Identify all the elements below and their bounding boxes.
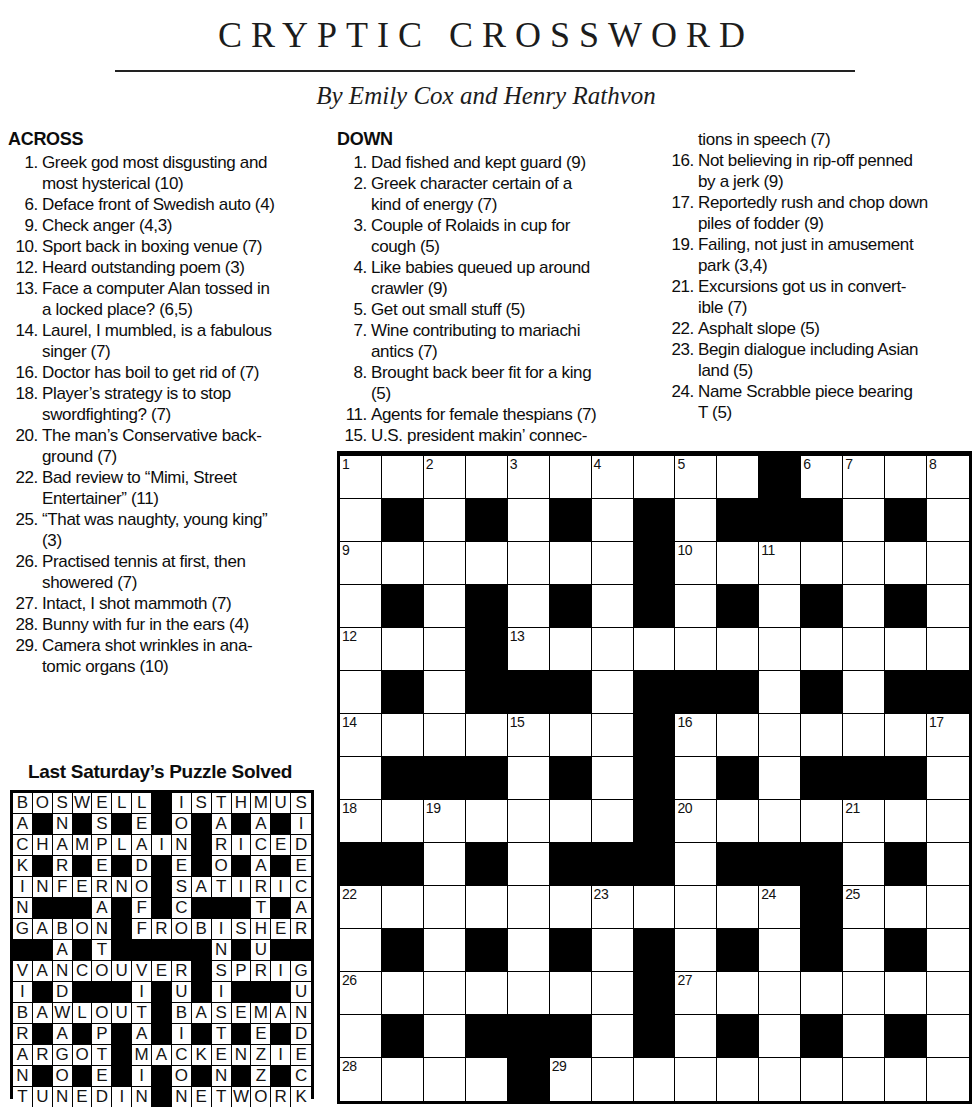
- clue-item: 7.Wine contributing to mariachi antics (…: [337, 320, 661, 362]
- cell-number: 7: [845, 456, 852, 472]
- puzzle-cell[interactable]: [424, 972, 466, 1015]
- puzzle-cell[interactable]: [592, 929, 634, 972]
- puzzle-cell[interactable]: [843, 1015, 885, 1058]
- puzzle-cell[interactable]: [843, 585, 885, 628]
- puzzle-cell[interactable]: [550, 456, 592, 499]
- puzzle-cell-black: [382, 671, 424, 714]
- puzzle-cell[interactable]: 27: [675, 972, 717, 1015]
- solved-cell: G: [291, 961, 311, 982]
- puzzle-cell[interactable]: [508, 757, 550, 800]
- puzzle-cell[interactable]: 19: [424, 800, 466, 843]
- puzzle-cell-black: [717, 499, 759, 542]
- puzzle-cell[interactable]: [466, 542, 508, 585]
- puzzle-cell[interactable]: [508, 542, 550, 585]
- solved-cell-black: [112, 919, 132, 940]
- puzzle-cell[interactable]: [885, 456, 927, 499]
- puzzle-cell[interactable]: [927, 972, 969, 1015]
- clue-text: Agents for female thespians (7): [367, 404, 596, 425]
- puzzle-cell[interactable]: [759, 800, 801, 843]
- puzzle-cell[interactable]: [382, 456, 424, 499]
- puzzle-cell[interactable]: 11: [759, 542, 801, 585]
- puzzle-cell[interactable]: [424, 1058, 466, 1101]
- solved-cell: A: [92, 898, 112, 919]
- cell-number: 17: [929, 714, 944, 730]
- puzzle-title: CRYPTIC CROSSWORD: [0, 14, 972, 56]
- puzzle-cell-black: [466, 671, 508, 714]
- puzzle-cell[interactable]: [675, 886, 717, 929]
- puzzle-cell[interactable]: [675, 1058, 717, 1101]
- puzzle-cell[interactable]: [424, 929, 466, 972]
- puzzle-cell[interactable]: [885, 886, 927, 929]
- solved-cell-black: [152, 814, 172, 835]
- solved-cell: R: [172, 961, 192, 982]
- clue-number: 23.: [664, 339, 694, 381]
- solved-cell: E: [232, 1003, 252, 1024]
- puzzle-cell[interactable]: [885, 714, 927, 757]
- solved-cell: O: [251, 1087, 271, 1107]
- puzzle-cell[interactable]: [550, 886, 592, 929]
- puzzle-cell[interactable]: [634, 886, 676, 929]
- solved-cell-black: [271, 982, 291, 1003]
- puzzle-cell[interactable]: [717, 972, 759, 1015]
- solved-cell: E: [92, 856, 112, 877]
- clue-number: 17.: [664, 192, 694, 234]
- puzzle-cell[interactable]: [843, 671, 885, 714]
- puzzle-cell[interactable]: [843, 929, 885, 972]
- puzzle-cell[interactable]: [466, 714, 508, 757]
- solved-cell: Z: [251, 1066, 271, 1087]
- puzzle-cell-black: [592, 843, 634, 886]
- puzzle-cell[interactable]: [759, 757, 801, 800]
- puzzle-cell[interactable]: [508, 585, 550, 628]
- puzzle-cell[interactable]: [759, 585, 801, 628]
- puzzle-cell[interactable]: [592, 714, 634, 757]
- puzzle-cell[interactable]: [843, 628, 885, 671]
- puzzle-cell[interactable]: 16: [675, 714, 717, 757]
- solved-cell-black: [232, 1024, 252, 1045]
- puzzle-cell-black: [634, 800, 676, 843]
- puzzle-cell-black: [550, 1015, 592, 1058]
- clue-number: 2.: [337, 173, 367, 215]
- puzzle-cell[interactable]: [550, 800, 592, 843]
- clue-number: 22.: [664, 318, 694, 339]
- puzzle-cell[interactable]: [466, 800, 508, 843]
- puzzle-cell[interactable]: [717, 456, 759, 499]
- puzzle-cell[interactable]: [717, 542, 759, 585]
- clue-item: 10.Sport back in boxing venue (7): [8, 236, 332, 257]
- solved-cell: H: [33, 835, 53, 856]
- solved-cell: E: [251, 1024, 271, 1045]
- puzzle-cell[interactable]: [508, 972, 550, 1015]
- solved-cell: I: [212, 982, 232, 1003]
- puzzle-cell[interactable]: [592, 972, 634, 1015]
- puzzle-cell[interactable]: 24: [759, 886, 801, 929]
- puzzle-cell[interactable]: [424, 843, 466, 886]
- puzzle-cell[interactable]: [508, 800, 550, 843]
- puzzle-cell[interactable]: [927, 628, 969, 671]
- puzzle-cell-black: [801, 886, 843, 929]
- puzzle-cell-black: [634, 1015, 676, 1058]
- puzzle-cell[interactable]: 17: [927, 714, 969, 757]
- puzzle-cell[interactable]: 12: [340, 628, 382, 671]
- solved-cell: S: [92, 814, 112, 835]
- puzzle-cell[interactable]: [801, 714, 843, 757]
- solved-cell: N: [112, 877, 132, 898]
- solved-cell: U: [112, 961, 132, 982]
- puzzle-cell[interactable]: 18: [340, 800, 382, 843]
- solved-cell: C: [172, 1045, 192, 1066]
- puzzle-cell[interactable]: 7: [843, 456, 885, 499]
- solved-cell: A: [212, 814, 232, 835]
- cell-number: 11: [761, 542, 775, 558]
- puzzle-cell[interactable]: [843, 499, 885, 542]
- puzzle-cell[interactable]: [675, 499, 717, 542]
- clue-text: Practised tennis at first, then showered…: [38, 551, 246, 593]
- puzzle-cell[interactable]: [550, 628, 592, 671]
- puzzle-cell[interactable]: [675, 929, 717, 972]
- puzzle-cell[interactable]: [466, 972, 508, 1015]
- solved-cell: A: [192, 1003, 212, 1024]
- puzzle-cell[interactable]: 5: [675, 456, 717, 499]
- puzzle-cell[interactable]: [592, 542, 634, 585]
- solved-cell: A: [152, 1045, 172, 1066]
- puzzle-cell[interactable]: [466, 1058, 508, 1101]
- puzzle-cell[interactable]: 10: [675, 542, 717, 585]
- puzzle-cell[interactable]: [592, 585, 634, 628]
- solved-cell: O: [212, 856, 232, 877]
- puzzle-cell[interactable]: [885, 542, 927, 585]
- solved-cell-black: [172, 940, 192, 961]
- puzzle-cell[interactable]: [592, 800, 634, 843]
- clue-text: Sport back in boxing venue (7): [38, 236, 262, 257]
- solved-cell: I: [112, 1087, 132, 1107]
- puzzle-cell[interactable]: [508, 929, 550, 972]
- solved-cell: C: [172, 898, 192, 919]
- solved-cell: A: [33, 919, 53, 940]
- solved-cell: V: [13, 961, 33, 982]
- clue-text: Dad fished and kept guard (9): [367, 152, 586, 173]
- solved-cell-black: [112, 898, 132, 919]
- clue-text: Wine contributing to mariachi antics (7): [367, 320, 580, 362]
- puzzle-cell[interactable]: [927, 542, 969, 585]
- puzzle-cell[interactable]: [550, 714, 592, 757]
- clue-number: 16.: [664, 150, 694, 192]
- puzzle-cell[interactable]: [634, 628, 676, 671]
- clue-item: 6.Deface front of Swedish auto (4): [8, 194, 332, 215]
- puzzle-cell[interactable]: [508, 499, 550, 542]
- solved-cell: E: [192, 1087, 212, 1107]
- clue-number: 19.: [664, 234, 694, 276]
- clue-text: Name Scrabble piece bearing T (5): [694, 381, 913, 423]
- solved-cell: B: [53, 919, 73, 940]
- puzzle-cell[interactable]: [592, 671, 634, 714]
- puzzle-cell-black: [550, 843, 592, 886]
- puzzle-cell[interactable]: 13: [508, 628, 550, 671]
- puzzle-cell[interactable]: [927, 585, 969, 628]
- puzzle-cell[interactable]: [340, 585, 382, 628]
- puzzle-cell[interactable]: [759, 671, 801, 714]
- puzzle-cell[interactable]: [424, 542, 466, 585]
- solved-cell-black: [33, 898, 53, 919]
- solved-cell: B: [172, 1003, 192, 1024]
- puzzle-cell[interactable]: [592, 757, 634, 800]
- across-clues-column: ACROSS 1.Greek god most disgusting and m…: [8, 128, 332, 677]
- puzzle-cell[interactable]: [592, 1015, 634, 1058]
- puzzle-cell[interactable]: 20: [675, 800, 717, 843]
- puzzle-cell[interactable]: [424, 714, 466, 757]
- puzzle-cell[interactable]: 25: [843, 886, 885, 929]
- puzzle-cell[interactable]: [634, 1058, 676, 1101]
- cell-number: 1: [342, 456, 349, 472]
- solved-cell: I: [271, 1045, 291, 1066]
- puzzle-cell[interactable]: [801, 628, 843, 671]
- clue-text: Greek god most disgusting and most hyste…: [38, 152, 267, 194]
- puzzle-cell[interactable]: [675, 757, 717, 800]
- puzzle-cell[interactable]: [424, 628, 466, 671]
- puzzle-cell-black: [634, 843, 676, 886]
- puzzle-cell[interactable]: [675, 1015, 717, 1058]
- puzzle-cell[interactable]: 29: [550, 1058, 592, 1101]
- clue-item: 15.U.S. president makin’ connec-: [337, 425, 661, 446]
- cell-number: 22: [342, 886, 357, 902]
- puzzle-cell[interactable]: [675, 585, 717, 628]
- puzzle-cell[interactable]: [885, 1058, 927, 1101]
- puzzle-cell[interactable]: [927, 1015, 969, 1058]
- puzzle-cell[interactable]: [843, 542, 885, 585]
- puzzle-cell[interactable]: 21: [843, 800, 885, 843]
- puzzle-cell[interactable]: 4: [592, 456, 634, 499]
- solved-cell: D: [291, 835, 311, 856]
- puzzle-cell[interactable]: [927, 1058, 969, 1101]
- page: CRYPTIC CROSSWORD By Emily Cox and Henry…: [0, 0, 972, 1110]
- cell-number: 4: [594, 456, 601, 472]
- solved-cell-black: [112, 1045, 132, 1066]
- puzzle-cell[interactable]: [759, 714, 801, 757]
- solved-cell: T: [212, 1087, 232, 1107]
- solved-cell: I: [13, 877, 33, 898]
- solved-cell: S: [172, 877, 192, 898]
- puzzle-cell[interactable]: [759, 628, 801, 671]
- puzzle-cell-black: [424, 757, 466, 800]
- puzzle-cell[interactable]: [801, 972, 843, 1015]
- puzzle-cell-black: [382, 499, 424, 542]
- clue-item: 24.Name Scrabble piece bearing T (5): [664, 381, 972, 423]
- puzzle-cell[interactable]: 28: [340, 1058, 382, 1101]
- puzzle-cell[interactable]: [759, 1015, 801, 1058]
- clue-item: 19.Failing, not just in amusement park (…: [664, 234, 972, 276]
- solved-cell: I: [212, 919, 232, 940]
- puzzle-cell[interactable]: [927, 929, 969, 972]
- puzzle-cell[interactable]: [550, 542, 592, 585]
- puzzle-cell[interactable]: 22: [340, 886, 382, 929]
- solved-cell-black: [112, 1066, 132, 1087]
- puzzle-cell[interactable]: [717, 886, 759, 929]
- puzzle-cell[interactable]: [885, 972, 927, 1015]
- puzzle-cell[interactable]: [382, 714, 424, 757]
- solved-cell-black: [73, 856, 93, 877]
- solved-cell: A: [132, 835, 152, 856]
- solved-cell-black: [271, 814, 291, 835]
- clue-item: 14.Laurel, I mumbled, is a fabulous sing…: [8, 320, 332, 362]
- puzzle-cell[interactable]: 9: [340, 542, 382, 585]
- puzzle-cell[interactable]: [340, 499, 382, 542]
- puzzle-cell[interactable]: [843, 843, 885, 886]
- solved-cell: B: [13, 793, 33, 814]
- solved-cell: G: [53, 1045, 73, 1066]
- puzzle-cell[interactable]: 23: [592, 886, 634, 929]
- puzzle-cell-black: [634, 972, 676, 1015]
- puzzle-cell[interactable]: [927, 499, 969, 542]
- clue-item: tions in speech (7): [664, 129, 972, 150]
- solved-cell: L: [132, 793, 152, 814]
- solved-cell: M: [251, 793, 271, 814]
- clue-number: 18.: [8, 383, 38, 425]
- clue-number: 21.: [664, 276, 694, 318]
- solved-cell: A: [53, 1024, 73, 1045]
- solved-cell: E: [172, 856, 192, 877]
- puzzle-cell[interactable]: [801, 1058, 843, 1101]
- solved-cell: F: [132, 919, 152, 940]
- puzzle-cell[interactable]: [382, 972, 424, 1015]
- down-clues-column-1: DOWN 1.Dad fished and kept guard (9)2.Gr…: [337, 128, 661, 446]
- puzzle-cell-black: [885, 1015, 927, 1058]
- puzzle-cell[interactable]: [550, 972, 592, 1015]
- puzzle-cell[interactable]: [382, 542, 424, 585]
- clue-text: Doctor has boil to get rid of (7): [38, 362, 259, 383]
- puzzle-cell[interactable]: 1: [340, 456, 382, 499]
- puzzle-cell-black: [885, 585, 927, 628]
- puzzle-cell[interactable]: [424, 886, 466, 929]
- puzzle-cell-black: [550, 929, 592, 972]
- solved-cell: E: [92, 1066, 112, 1087]
- puzzle-cell[interactable]: [382, 886, 424, 929]
- puzzle-cell[interactable]: 14: [340, 714, 382, 757]
- puzzle-cell[interactable]: [675, 843, 717, 886]
- puzzle-cell[interactable]: 15: [508, 714, 550, 757]
- solved-cell: O: [92, 961, 112, 982]
- puzzle-cell[interactable]: 2: [424, 456, 466, 499]
- puzzle-cell[interactable]: [675, 628, 717, 671]
- puzzle-cell[interactable]: [424, 499, 466, 542]
- puzzle-cell[interactable]: [843, 714, 885, 757]
- puzzle-cell-black: [801, 499, 843, 542]
- puzzle-cell[interactable]: [340, 757, 382, 800]
- clue-number: 27.: [8, 593, 38, 614]
- clue-text: tions in speech (7): [694, 129, 830, 150]
- puzzle-cell-black: [382, 843, 424, 886]
- puzzle-cell[interactable]: [885, 800, 927, 843]
- clue-item: 17.Reportedly rush and chop down piles o…: [664, 192, 972, 234]
- solved-cell: E: [291, 1045, 311, 1066]
- solved-cell: O: [132, 877, 152, 898]
- solved-cell-black: [33, 1024, 53, 1045]
- puzzle-cell[interactable]: [843, 1058, 885, 1101]
- puzzle-cell[interactable]: [466, 886, 508, 929]
- solved-cell: S: [212, 961, 232, 982]
- clue-text: Reportedly rush and chop down piles of f…: [694, 192, 928, 234]
- solved-cell-black: [112, 856, 132, 877]
- solved-cell: A: [33, 961, 53, 982]
- puzzle-cell[interactable]: [634, 456, 676, 499]
- puzzle-cell[interactable]: [592, 1058, 634, 1101]
- clue-item: 16.Doctor has boil to get rid of (7): [8, 362, 332, 383]
- clue-number: 3.: [337, 215, 367, 257]
- puzzle-cell[interactable]: [759, 1058, 801, 1101]
- puzzle-cell-black: [550, 671, 592, 714]
- solved-cell: O: [172, 1066, 192, 1087]
- puzzle-cell-black: [634, 585, 676, 628]
- puzzle-cell[interactable]: [424, 585, 466, 628]
- down-clues-column-2: tions in speech (7)16.Not believing in r…: [664, 129, 972, 423]
- puzzle-cell[interactable]: [717, 1058, 759, 1101]
- puzzle-cell[interactable]: [382, 800, 424, 843]
- puzzle-cell[interactable]: [508, 843, 550, 886]
- puzzle-cell[interactable]: [927, 800, 969, 843]
- puzzle-cell[interactable]: [717, 800, 759, 843]
- puzzle-cell[interactable]: 6: [801, 456, 843, 499]
- puzzle-cell[interactable]: [801, 800, 843, 843]
- puzzle-cell[interactable]: [424, 1015, 466, 1058]
- clue-text: Failing, not just in amusement park (3,4…: [694, 234, 913, 276]
- puzzle-cell[interactable]: [382, 628, 424, 671]
- puzzle-cell[interactable]: [759, 929, 801, 972]
- puzzle-cell[interactable]: [927, 843, 969, 886]
- solved-cell-black: [92, 982, 112, 1003]
- clue-item: 23.Begin dialogue including Asian land (…: [664, 339, 972, 381]
- puzzle-cell[interactable]: [801, 542, 843, 585]
- puzzle-cell[interactable]: [424, 671, 466, 714]
- puzzle-cell[interactable]: [340, 929, 382, 972]
- puzzle-cell[interactable]: [927, 886, 969, 929]
- clue-item: 27.Intact, I shot mammoth (7): [8, 593, 332, 614]
- solved-cell: N: [13, 1066, 33, 1087]
- solved-cell: A: [33, 1003, 53, 1024]
- puzzle-cell[interactable]: [340, 671, 382, 714]
- puzzle-cell[interactable]: [382, 1058, 424, 1101]
- puzzle-cell-black: [927, 671, 969, 714]
- solved-cell: G: [13, 919, 33, 940]
- puzzle-cell[interactable]: [885, 628, 927, 671]
- clue-item: 3.Couple of Rolaids in cup for cough (5): [337, 215, 661, 257]
- puzzle-cell[interactable]: [717, 628, 759, 671]
- cell-number: 28: [342, 1058, 357, 1074]
- clue-text: Not believing in rip-off penned by a jer…: [694, 150, 913, 192]
- solved-cell-black: [33, 982, 53, 1003]
- clue-number: 6.: [8, 194, 38, 215]
- puzzle-cell-black: [801, 585, 843, 628]
- puzzle-cell[interactable]: 8: [927, 456, 969, 499]
- puzzle-cell[interactable]: [466, 456, 508, 499]
- solved-cell: R: [251, 877, 271, 898]
- clue-number: 15.: [337, 425, 367, 446]
- puzzle-cell[interactable]: [759, 972, 801, 1015]
- puzzle-cell[interactable]: [340, 1015, 382, 1058]
- puzzle-cell[interactable]: [927, 757, 969, 800]
- puzzle-cell[interactable]: [843, 972, 885, 1015]
- puzzle-cell[interactable]: 26: [340, 972, 382, 1015]
- puzzle-cell-black: [466, 757, 508, 800]
- solved-cell: A: [291, 898, 311, 919]
- puzzle-cell[interactable]: [592, 499, 634, 542]
- puzzle-cell[interactable]: [508, 886, 550, 929]
- clue-text: Camera shot wrinkles in ana- tomic organ…: [38, 635, 252, 677]
- solved-cell-black: [152, 793, 172, 814]
- solved-cell: E: [73, 1087, 93, 1107]
- puzzle-cell[interactable]: 3: [508, 456, 550, 499]
- puzzle-cell[interactable]: [592, 628, 634, 671]
- solved-cell-black: [73, 1066, 93, 1087]
- puzzle-cell[interactable]: [717, 714, 759, 757]
